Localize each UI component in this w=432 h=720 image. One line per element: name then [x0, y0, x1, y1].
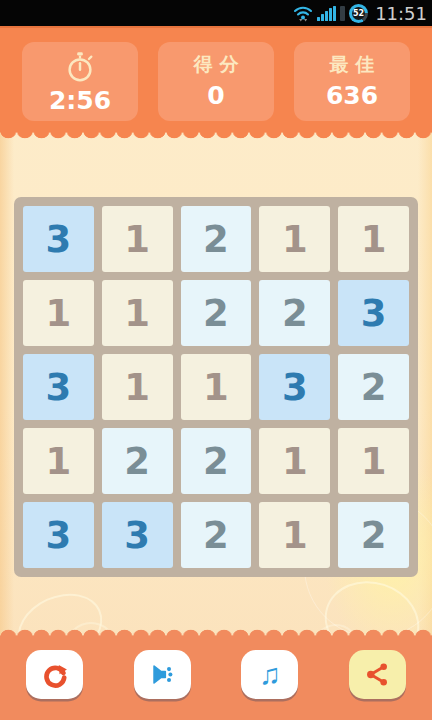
footer-bar: ♫: [0, 637, 432, 720]
share-button[interactable]: [349, 650, 406, 699]
battery-percent: 52: [352, 7, 365, 20]
board-cell[interactable]: 1: [102, 206, 173, 272]
board-cell[interactable]: 1: [181, 354, 252, 420]
board-cell[interactable]: 2: [181, 206, 252, 272]
signal-inactive-icon: [340, 6, 345, 21]
best-value: 636: [326, 83, 378, 108]
restart-icon: [41, 661, 69, 689]
timer-value: 2:56: [49, 88, 111, 113]
game-header: 2:56 得分 0 最佳 636: [0, 26, 432, 131]
board-cell[interactable]: 3: [259, 354, 330, 420]
score-panel: 得分 0: [158, 42, 274, 121]
score-value: 0: [207, 83, 224, 108]
board-cell[interactable]: 1: [259, 206, 330, 272]
board-cell[interactable]: 2: [181, 428, 252, 494]
board-cell[interactable]: 3: [23, 206, 94, 272]
battery-circle-icon: 52: [349, 4, 368, 23]
music-button[interactable]: ♫: [241, 650, 298, 699]
timer-panel: 2:56: [22, 42, 138, 121]
board-cell[interactable]: 1: [102, 354, 173, 420]
board-cell[interactable]: 2: [338, 502, 409, 568]
board-cell[interactable]: 2: [181, 280, 252, 346]
board-cell[interactable]: 2: [338, 354, 409, 420]
board-cell[interactable]: 2: [259, 280, 330, 346]
board-cell[interactable]: 3: [338, 280, 409, 346]
game-board: 3121111223311321221133212: [14, 197, 418, 577]
status-time: 11:51: [375, 3, 427, 24]
restart-button[interactable]: [26, 650, 83, 699]
wifi-icon: [293, 4, 313, 22]
share-icon: [364, 661, 391, 688]
music-note-icon: ♫: [259, 660, 281, 689]
score-label: 得分: [187, 55, 246, 74]
board-cell[interactable]: 3: [23, 502, 94, 568]
sound-button[interactable]: [134, 650, 191, 699]
board-cell[interactable]: 3: [23, 354, 94, 420]
board-cell[interactable]: 1: [102, 280, 173, 346]
board-cell[interactable]: 1: [23, 280, 94, 346]
board-cell[interactable]: 2: [181, 502, 252, 568]
app-screen: 52 11:51 3121111223311321221133212 2:56 …: [0, 0, 432, 720]
signal-bars-icon: [317, 6, 336, 21]
best-label: 最佳: [323, 55, 382, 74]
board-cell[interactable]: 1: [259, 428, 330, 494]
status-bar: 52 11:51: [0, 0, 432, 26]
board-cell[interactable]: 1: [23, 428, 94, 494]
speaker-icon: [149, 661, 176, 688]
board-cell[interactable]: 2: [102, 428, 173, 494]
board-cell[interactable]: 1: [259, 502, 330, 568]
best-panel: 最佳 636: [294, 42, 410, 121]
board-cell[interactable]: 1: [338, 428, 409, 494]
board-cell[interactable]: 3: [102, 502, 173, 568]
board-cell[interactable]: 1: [338, 206, 409, 272]
stopwatch-icon: [63, 50, 97, 84]
footer-buttons: ♫: [0, 650, 432, 699]
